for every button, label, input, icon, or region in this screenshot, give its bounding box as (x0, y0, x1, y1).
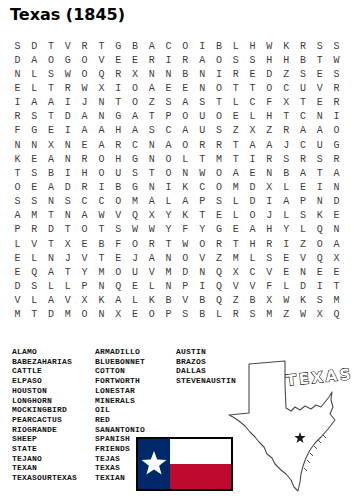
grid-cell: R (328, 81, 345, 95)
grid-cell: A (76, 124, 93, 138)
grid-cell: J (261, 209, 278, 223)
grid-cell: N (328, 180, 345, 194)
grid-cell: T (295, 96, 312, 110)
grid-cell: I (261, 195, 278, 209)
grid-cell: T (93, 251, 110, 265)
grid-cell: B (295, 53, 312, 67)
grid-cell: L (227, 96, 244, 110)
word-list-item: BLUEBONNET (95, 357, 176, 367)
grid-cell: N (143, 180, 160, 194)
grid-cell: O (93, 166, 110, 180)
grid-cell: T (110, 96, 127, 110)
grid-cell: S (311, 294, 328, 308)
grid-cell: F (261, 96, 278, 110)
grid-cell: Q (211, 279, 228, 293)
grid-cell: W (93, 209, 110, 223)
grid-cell: T (43, 81, 60, 95)
grid-cell: C (295, 110, 312, 124)
grid-cell: O (76, 223, 93, 237)
grid-cell: O (177, 251, 194, 265)
grid-cell: A (177, 96, 194, 110)
grid-cell: B (110, 180, 127, 194)
grid-cell: A (43, 294, 60, 308)
flag-red-stripe (170, 464, 231, 489)
grid-cell: S (194, 96, 211, 110)
grid-cell: S (295, 209, 312, 223)
grid-cell: I (160, 53, 177, 67)
grid-cell: U (311, 138, 328, 152)
grid-cell: E (311, 265, 328, 279)
grid-cell: D (43, 308, 60, 322)
grid-cell: O (211, 180, 228, 194)
grid-cell: K (311, 209, 328, 223)
grid-cell: W (76, 81, 93, 95)
grid-cell: R (278, 124, 295, 138)
grid-cell: M (127, 195, 144, 209)
grid-cell: N (143, 138, 160, 152)
grid-cell: C (160, 39, 177, 53)
grid-cell: O (160, 152, 177, 166)
grid-cell: A (227, 166, 244, 180)
grid-cell: V (143, 265, 160, 279)
grid-cell: R (9, 110, 26, 124)
grid-cell: B (278, 166, 295, 180)
grid-cell: T (43, 209, 60, 223)
grid-cell: O (261, 81, 278, 95)
map-star-icon (294, 432, 305, 443)
grid-cell: I (278, 237, 295, 251)
grid-cell: C (194, 180, 211, 194)
grid-cell: U (295, 81, 312, 95)
grid-cell: O (127, 96, 144, 110)
grid-cell: Y (160, 209, 177, 223)
grid-cell: M (26, 209, 43, 223)
grid-cell: C (93, 195, 110, 209)
grid-cell: I (194, 39, 211, 53)
grid-cell: O (76, 67, 93, 81)
grid-cell: N (194, 81, 211, 95)
grid-cell: T (227, 152, 244, 166)
grid-cell: R (110, 67, 127, 81)
grid-cell: Z (295, 237, 312, 251)
grid-cell: X (43, 138, 60, 152)
grid-cell: A (295, 166, 312, 180)
grid-cell: L (244, 251, 261, 265)
grid-cell: P (194, 195, 211, 209)
grid-cell: W (261, 39, 278, 53)
word-list-item: HOUSTON (12, 386, 95, 396)
grid-cell: T (93, 223, 110, 237)
word-list-item: MINERALS (95, 396, 176, 406)
grid-cell: A (177, 124, 194, 138)
grid-cell: D (59, 110, 76, 124)
grid-cell: O (177, 138, 194, 152)
grid-cell: E (328, 265, 345, 279)
grid-cell: T (43, 110, 60, 124)
grid-cell: W (278, 294, 295, 308)
grid-cell: V (26, 237, 43, 251)
grid-cell: D (177, 265, 194, 279)
grid-cell: Q (127, 209, 144, 223)
grid-cell: T (9, 166, 26, 180)
grid-cell: E (127, 279, 144, 293)
grid-cell: C (127, 138, 144, 152)
grid-cell: N (93, 110, 110, 124)
grid-cell: R (76, 152, 93, 166)
grid-cell: V (194, 251, 211, 265)
grid-cell: X (244, 124, 261, 138)
grid-cell: L (143, 279, 160, 293)
grid-cell: E (76, 237, 93, 251)
grid-cell: V (295, 251, 312, 265)
grid-cell: G (59, 53, 76, 67)
grid-cell: N (59, 138, 76, 152)
word-search-grid: SDTVRTGBACOIBLHWKRSSDAOGOVEERIRAOSSHHBTW… (9, 39, 345, 322)
grid-cell: R (211, 138, 228, 152)
word-list-item: AUSTIN (176, 347, 236, 357)
grid-cell: O (211, 81, 228, 95)
grid-cell: R (227, 308, 244, 322)
grid-cell: B (160, 294, 177, 308)
grid-cell: K (177, 209, 194, 223)
grid-cell: A (143, 81, 160, 95)
grid-cell: I (59, 124, 76, 138)
grid-cell: P (160, 308, 177, 322)
grid-cell: V (9, 294, 26, 308)
grid-cell: O (76, 53, 93, 67)
grid-cell: N (143, 67, 160, 81)
grid-cell: T (194, 152, 211, 166)
grid-cell: B (93, 237, 110, 251)
grid-cell: S (211, 195, 228, 209)
grid-cell: M (59, 308, 76, 322)
grid-cell: N (9, 67, 26, 81)
grid-cell: R (177, 53, 194, 67)
grid-cell: M (227, 251, 244, 265)
grid-cell: T (43, 39, 60, 53)
grid-cell: N (43, 251, 60, 265)
grid-cell: X (59, 237, 76, 251)
grid-cell: N (160, 279, 177, 293)
grid-cell: N (295, 265, 312, 279)
grid-cell: S (261, 251, 278, 265)
grid-cell: T (143, 110, 160, 124)
grid-cell: K (93, 294, 110, 308)
grid-cell: N (9, 138, 26, 152)
grid-cell: B (177, 67, 194, 81)
grid-cell: R (143, 53, 160, 67)
word-list-item: RIOGRANDE (12, 425, 95, 435)
word-list-item: SHEEP (12, 434, 95, 444)
grid-cell: L (26, 294, 43, 308)
grid-cell: A (26, 96, 43, 110)
grid-cell: K (143, 294, 160, 308)
word-list-item: RED (95, 415, 176, 425)
grid-cell: E (278, 265, 295, 279)
word-list-item: MOCKINGBIRD (12, 405, 95, 415)
grid-cell: E (9, 251, 26, 265)
grid-cell: N (194, 67, 211, 81)
grid-cell: Q (26, 265, 43, 279)
grid-cell: T (59, 265, 76, 279)
grid-cell: S (227, 53, 244, 67)
grid-cell: O (160, 166, 177, 180)
grid-cell: I (311, 279, 328, 293)
grid-cell: S (328, 39, 345, 53)
grid-cell: L (278, 279, 295, 293)
word-list-item: CATTLE (12, 366, 95, 376)
grid-cell: O (211, 110, 228, 124)
grid-cell: T (143, 166, 160, 180)
grid-cell: G (328, 138, 345, 152)
word-list-item: OIL (95, 405, 176, 415)
grid-cell: E (211, 209, 228, 223)
grid-cell: V (59, 39, 76, 53)
grid-cell: X (261, 294, 278, 308)
grid-cell: T (160, 237, 177, 251)
grid-cell: R (227, 67, 244, 81)
grid-cell: S (127, 166, 144, 180)
grid-cell: L (59, 279, 76, 293)
grid-cell: X (127, 67, 144, 81)
grid-cell: B (194, 294, 211, 308)
grid-cell: W (194, 166, 211, 180)
grid-cell: I (160, 180, 177, 194)
grid-cell: Q (110, 279, 127, 293)
grid-cell: L (244, 110, 261, 124)
grid-cell: Z (143, 96, 160, 110)
grid-cell: W (143, 223, 160, 237)
grid-cell: A (9, 209, 26, 223)
grid-cell: D (9, 53, 26, 67)
grid-cell: E (328, 209, 345, 223)
grid-cell: O (9, 180, 26, 194)
grid-cell: S (311, 39, 328, 53)
grid-cell: P (160, 110, 177, 124)
grid-cell: T (93, 39, 110, 53)
grid-cell: R (194, 138, 211, 152)
grid-cell: H (244, 39, 261, 53)
grid-cell: F (177, 223, 194, 237)
grid-cell: Q (211, 294, 228, 308)
grid-cell: I (194, 279, 211, 293)
grid-cell: S (26, 195, 43, 209)
grid-cell: Y (194, 223, 211, 237)
grid-cell: L (227, 39, 244, 53)
grid-cell: D (43, 223, 60, 237)
grid-cell: G (110, 39, 127, 53)
grid-cell: T (227, 237, 244, 251)
grid-cell: S (311, 152, 328, 166)
grid-cell: L (26, 81, 43, 95)
grid-cell: E (244, 67, 261, 81)
word-list-item: LONGHORN (12, 396, 95, 406)
grid-cell: N (143, 152, 160, 166)
grid-cell: S (295, 67, 312, 81)
grid-cell: A (328, 237, 345, 251)
grid-cell: R (295, 39, 312, 53)
grid-cell: A (244, 223, 261, 237)
texas-map: TEXAS (228, 350, 354, 500)
grid-cell: H (261, 110, 278, 124)
grid-cell: I (211, 67, 228, 81)
grid-cell: J (59, 251, 76, 265)
grid-cell: T (26, 308, 43, 322)
grid-cell: R (261, 152, 278, 166)
grid-cell: T (328, 279, 345, 293)
grid-cell: C (244, 96, 261, 110)
grid-cell: Y (160, 223, 177, 237)
grid-cell: C (160, 124, 177, 138)
grid-cell: O (76, 308, 93, 322)
word-list-item: STATE (12, 444, 95, 454)
grid-cell: M (93, 265, 110, 279)
grid-cell: L (177, 152, 194, 166)
flag-blue-canton (138, 439, 170, 489)
grid-cell: D (26, 39, 43, 53)
grid-cell: E (26, 180, 43, 194)
grid-cell: I (328, 110, 345, 124)
grid-cell: J (278, 138, 295, 152)
word-list-item: FORTWORTH (95, 376, 176, 386)
grid-cell: H (76, 166, 93, 180)
grid-cell: M (9, 308, 26, 322)
grid-cell: E (311, 96, 328, 110)
grid-cell: I (93, 180, 110, 194)
grid-cell: A (278, 195, 295, 209)
grid-cell: O (110, 195, 127, 209)
grid-cell: R (26, 223, 43, 237)
grid-cell: W (328, 53, 345, 67)
texas-flag (136, 437, 233, 491)
grid-cell: N (194, 265, 211, 279)
grid-cell: N (311, 110, 328, 124)
grid-cell: L (127, 294, 144, 308)
grid-cell: A (177, 195, 194, 209)
grid-cell: Z (227, 294, 244, 308)
grid-cell: R (110, 138, 127, 152)
grid-cell: H (110, 152, 127, 166)
grid-cell: N (261, 166, 278, 180)
grid-cell: T (43, 237, 60, 251)
grid-cell: E (227, 223, 244, 237)
word-list-item: DALLAS (176, 366, 236, 376)
grid-cell: N (93, 279, 110, 293)
grid-cell: V (244, 279, 261, 293)
grid-cell: E (227, 110, 244, 124)
grid-cell: S (59, 195, 76, 209)
grid-cell: L (160, 195, 177, 209)
grid-cell: O (177, 110, 194, 124)
grid-cell: S (9, 195, 26, 209)
grid-cell: A (295, 124, 312, 138)
grid-cell: W (59, 67, 76, 81)
flag-stripes (170, 439, 231, 489)
worksheet-page: Texas (1845) SDTVRTGBACOIBLHWKRSSDAOGOVE… (0, 0, 354, 500)
grid-cell: D (295, 279, 312, 293)
grid-cell: M (227, 180, 244, 194)
grid-cell: X (311, 308, 328, 322)
grid-cell: H (278, 53, 295, 67)
grid-cell: D (261, 67, 278, 81)
grid-cell: N (93, 96, 110, 110)
grid-cell: A (76, 209, 93, 223)
grid-cell: Q (328, 308, 345, 322)
grid-cell: R (211, 237, 228, 251)
grid-cell: E (9, 81, 26, 95)
grid-cell: O (143, 308, 160, 322)
grid-cell: E (127, 53, 144, 67)
grid-cell: U (194, 110, 211, 124)
grid-cell: A (93, 138, 110, 152)
grid-cell: A (143, 39, 160, 53)
grid-cell: K (295, 294, 312, 308)
grid-cell: A (43, 96, 60, 110)
flag-white-stripe (170, 439, 231, 464)
grid-cell: A (43, 180, 60, 194)
word-list-column: ALAMOBABEZAHARIASCATTLEELPASOHOUSTONLONG… (12, 347, 95, 483)
grid-cell: K (9, 152, 26, 166)
grid-cell: V (311, 81, 328, 95)
grid-cell: T (244, 81, 261, 95)
grid-cell: P (76, 279, 93, 293)
grid-cell: N (59, 209, 76, 223)
grid-cell: I (9, 96, 26, 110)
grid-cell: D (244, 195, 261, 209)
grid-cell: L (227, 195, 244, 209)
grid-cell: Z (211, 251, 228, 265)
grid-cell: Q (93, 67, 110, 81)
grid-cell: O (194, 237, 211, 251)
grid-cell: F (110, 237, 127, 251)
grid-cell: R (59, 81, 76, 95)
grid-cell: E (110, 53, 127, 67)
grid-cell: G (127, 152, 144, 166)
grid-cell: E (9, 265, 26, 279)
grid-cell: O (244, 209, 261, 223)
grid-cell: G (110, 110, 127, 124)
grid-cell: O (177, 39, 194, 53)
grid-cell: J (127, 251, 144, 265)
grid-cell: A (43, 265, 60, 279)
grid-cell: N (160, 251, 177, 265)
grid-cell: S (211, 124, 228, 138)
grid-cell: S (244, 53, 261, 67)
grid-cell: U (194, 124, 211, 138)
grid-cell: A (328, 166, 345, 180)
word-list-item: TEXASOURTEXAS (12, 473, 95, 483)
grid-cell: A (26, 53, 43, 67)
grid-cell: C (76, 195, 93, 209)
grid-cell: E (244, 166, 261, 180)
grid-cell: N (177, 166, 194, 180)
grid-cell: E (127, 308, 144, 322)
grid-cell: V (93, 53, 110, 67)
grid-cell: E (311, 67, 328, 81)
grid-cell: K (278, 39, 295, 53)
grid-cell: J (76, 96, 93, 110)
word-list-item: ALAMO (12, 347, 95, 357)
grid-cell: K (177, 180, 194, 194)
grid-cell: T (59, 223, 76, 237)
grid-cell: P (295, 195, 312, 209)
grid-cell: B (244, 294, 261, 308)
grid-cell: Z (261, 124, 278, 138)
grid-cell: S (110, 223, 127, 237)
grid-cell: C (295, 138, 312, 152)
grid-cell: B (211, 39, 228, 53)
grid-cell: E (43, 124, 60, 138)
